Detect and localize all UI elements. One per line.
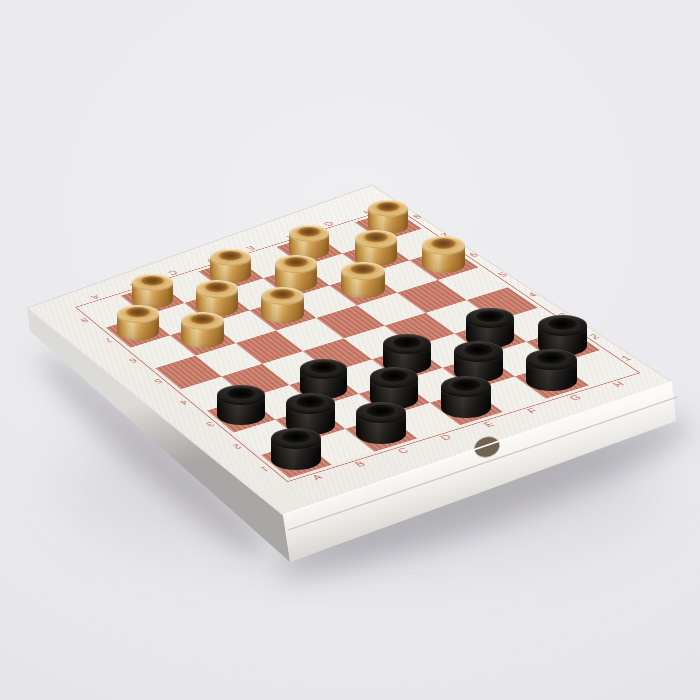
white-man-b6 xyxy=(181,312,224,348)
pieces-layer xyxy=(0,0,700,700)
white-man-h8 xyxy=(368,200,409,234)
white-man-f8 xyxy=(289,225,330,259)
black-man-g1 xyxy=(526,349,576,391)
white-man-part xyxy=(275,255,317,273)
black-man-part xyxy=(383,334,431,354)
black-man-part xyxy=(441,376,491,397)
white-man-part xyxy=(261,287,304,305)
white-man-d8 xyxy=(210,249,251,283)
black-man-part xyxy=(217,385,265,405)
white-man-d6 xyxy=(261,287,304,323)
black-man-part xyxy=(370,367,419,388)
white-man-f6 xyxy=(341,262,384,298)
white-man-part xyxy=(132,274,173,291)
white-man-h6 xyxy=(422,236,465,272)
black-man-part xyxy=(526,349,576,370)
white-man-c7 xyxy=(196,280,238,315)
black-man-c1 xyxy=(356,402,406,444)
white-man-g7 xyxy=(355,230,397,265)
white-man-e7 xyxy=(275,255,317,290)
white-man-part xyxy=(341,262,384,280)
white-man-part xyxy=(368,200,409,217)
black-man-part xyxy=(454,341,503,362)
black-man-part xyxy=(356,402,406,423)
white-man-part xyxy=(422,236,465,254)
white-man-part xyxy=(181,312,224,330)
product-photo-scene: ABCDEFGH ABCDEFGH 87654321 87654321 xyxy=(0,0,700,700)
black-man-a1 xyxy=(271,428,321,470)
black-man-e1 xyxy=(441,376,491,418)
black-man-part xyxy=(466,308,514,328)
black-man-part xyxy=(538,315,587,336)
white-man-part xyxy=(355,230,397,248)
white-man-a7 xyxy=(117,305,159,340)
black-man-a3 xyxy=(217,385,265,425)
white-man-part xyxy=(196,280,238,298)
black-man-part xyxy=(286,393,335,414)
white-man-part xyxy=(117,305,159,323)
white-man-part xyxy=(289,225,330,242)
white-man-b8 xyxy=(132,274,173,308)
